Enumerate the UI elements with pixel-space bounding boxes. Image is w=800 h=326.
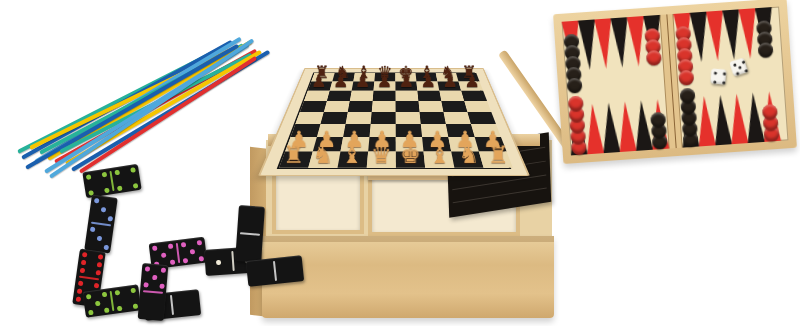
chess-square: ♟	[416, 81, 439, 90]
chess-square	[418, 101, 443, 112]
domino-pip	[168, 244, 174, 250]
chess-square	[396, 112, 421, 124]
domino-pip	[183, 258, 189, 264]
domino-half	[82, 168, 112, 198]
die-pip	[732, 63, 736, 67]
chess-square	[304, 91, 330, 101]
domino-pip	[145, 266, 150, 271]
domino-pip	[76, 296, 82, 302]
chess-square	[372, 101, 396, 112]
chess-square	[464, 101, 491, 112]
domino-half	[204, 248, 232, 276]
chess-piece: ♜	[484, 143, 513, 167]
chess-square	[327, 91, 352, 101]
chess-square	[321, 112, 348, 124]
chess-piece: ♜	[279, 143, 308, 167]
die	[710, 68, 726, 84]
die	[729, 58, 748, 77]
backgammon-field	[562, 7, 789, 156]
domino-pip	[107, 216, 113, 222]
die-pip	[713, 80, 716, 83]
chess-square	[324, 101, 350, 112]
domino-half	[111, 284, 140, 313]
chess-square	[420, 112, 446, 124]
chess-grid: ♜♞♝♛♚♝♞♜♟♟♟♟♟♟♟♟♟♟♟♟♟♟♟♟♜♞♝♛♚♝♞♜	[277, 72, 512, 169]
chess-square	[300, 101, 327, 112]
domino-pip	[102, 292, 108, 298]
backgammon-point	[627, 16, 647, 67]
chess-piece: ♟	[395, 72, 417, 90]
domino-pip	[95, 270, 101, 276]
backgammon-point	[633, 100, 653, 151]
domino-pip	[88, 310, 94, 316]
domino-pip	[199, 256, 205, 262]
backgammon-point	[722, 9, 742, 60]
domino-pip	[102, 172, 108, 178]
domino-pip	[130, 288, 136, 294]
domino-pip	[81, 260, 87, 266]
domino-pip	[97, 236, 103, 242]
domino-pip	[190, 249, 196, 255]
domino-pip	[97, 262, 103, 268]
domino-half	[88, 194, 117, 223]
chess-square	[395, 91, 418, 101]
chess-piece: ♟	[308, 72, 330, 90]
chess-piece: ♛	[367, 143, 396, 167]
backgammon-board	[553, 0, 797, 164]
game-box-front	[262, 236, 554, 318]
chess-piece: ♚	[396, 143, 425, 167]
chess-square	[350, 91, 374, 101]
domino-pip	[94, 198, 100, 204]
product-photo-scene: ♜♞♝♛♚♝♞♜♟♟♟♟♟♟♟♟♟♟♟♟♟♟♟♟♜♞♝♛♚♝♞♜	[0, 0, 800, 326]
domino-tile	[84, 194, 118, 253]
die-pip	[722, 72, 725, 75]
chess-square	[396, 101, 420, 112]
chess-square	[417, 91, 441, 101]
chess-piece: ♝	[338, 143, 367, 167]
backgammon-checker	[758, 42, 774, 58]
domino-pip	[181, 242, 187, 248]
chess-piece: ♟	[352, 72, 374, 90]
domino-half	[246, 258, 275, 287]
domino-tile	[82, 164, 141, 198]
backgammon-point	[610, 17, 630, 68]
domino-pip	[98, 254, 104, 260]
die-pip	[738, 66, 742, 70]
die-pip	[741, 60, 745, 64]
domino-pip	[80, 268, 86, 274]
domino-pip	[133, 183, 139, 189]
backgammon-checker	[567, 95, 583, 111]
domino-pip	[159, 284, 164, 289]
chess-square: ♟	[437, 81, 461, 90]
domino-pip	[82, 252, 88, 258]
chess-square	[439, 91, 464, 101]
backgammon-point	[728, 93, 748, 144]
chess-square: ♞	[308, 152, 340, 168]
domino-tile	[138, 263, 169, 321]
domino-half	[138, 292, 166, 320]
chess-square: ♝	[424, 152, 455, 168]
domino-half	[111, 164, 141, 194]
domino-half	[235, 234, 263, 262]
backgammon-point	[594, 18, 614, 69]
chess-piece: ♞	[454, 143, 483, 167]
domino-pip	[130, 167, 136, 173]
backgammon-point	[695, 95, 715, 146]
domino-half	[177, 237, 206, 266]
domino-pip	[86, 294, 92, 300]
backgammon-point	[744, 92, 764, 143]
domino-half	[82, 288, 111, 317]
domino-pip	[152, 246, 158, 252]
chess-square	[348, 101, 373, 112]
chess-square: ♟	[459, 81, 484, 90]
domino-pip	[133, 303, 139, 309]
backgammon-point	[690, 12, 710, 63]
die-pip	[722, 81, 725, 84]
domino-half	[140, 263, 168, 291]
chess-square	[461, 91, 487, 101]
chess-square: ♛	[367, 152, 396, 168]
chess-piece: ♞	[308, 143, 337, 167]
chess-board-wrap: ♜♞♝♛♚♝♞♜♟♟♟♟♟♟♟♟♟♟♟♟♟♟♟♟♜♞♝♛♚♝♞♜	[258, 0, 530, 176]
backgammon-checker	[678, 69, 694, 85]
backgammon-point	[600, 102, 620, 153]
domino-pip	[78, 281, 84, 287]
chess-square	[371, 112, 396, 124]
domino-pip	[115, 290, 121, 296]
chess-piece: ♟	[374, 72, 396, 90]
domino-pip	[90, 227, 96, 233]
domino-pip	[95, 301, 101, 307]
chess-square	[467, 112, 496, 124]
chess-square	[373, 91, 396, 101]
chess-square: ♟	[308, 81, 332, 90]
backgammon-point	[738, 8, 758, 59]
mikado-stick	[25, 44, 239, 170]
domino-pip	[170, 259, 176, 265]
domino-pip	[117, 186, 123, 192]
die-pip	[735, 71, 739, 75]
backgammon-point	[584, 103, 604, 154]
chess-piece: ♟	[461, 72, 483, 90]
domino-pip	[197, 240, 203, 246]
domino-pip	[103, 245, 109, 251]
domino-half	[237, 205, 265, 233]
domino-pip	[104, 307, 110, 313]
domino-pip	[86, 174, 92, 180]
domino-pip	[152, 275, 157, 280]
domino-tile	[235, 205, 265, 263]
backgammon-checker	[566, 77, 582, 93]
mikado-stick	[49, 38, 254, 178]
domino-half	[76, 248, 105, 277]
domino-pip	[161, 268, 166, 273]
backgammon-point	[578, 19, 598, 70]
chess-square: ♝	[338, 152, 369, 168]
domino-pip	[114, 170, 120, 176]
domino-half	[275, 255, 304, 284]
chess-piece: ♟	[439, 72, 461, 90]
chess-square: ♟	[395, 81, 417, 90]
domino-pip	[216, 260, 221, 265]
chess-piece: ♟	[417, 72, 439, 90]
backgammon-point	[706, 10, 726, 61]
chess-square	[441, 101, 467, 112]
chess-piece: ♟	[330, 72, 352, 90]
domino-half	[172, 289, 201, 318]
chess-piece: ♝	[425, 143, 454, 167]
chess-square	[295, 112, 323, 124]
chess-square: ♟	[374, 81, 396, 90]
backgammon-point	[616, 101, 636, 152]
chess-square: ♟	[330, 81, 354, 90]
chess-square: ♞	[451, 152, 483, 168]
die-pip	[713, 71, 716, 74]
chess-board: ♜♞♝♛♚♝♞♜♟♟♟♟♟♟♟♟♟♟♟♟♟♟♟♟♜♞♝♛♚♝♞♜	[258, 68, 530, 176]
chess-square	[346, 112, 372, 124]
domino-pip	[101, 207, 107, 213]
domino-pip	[117, 306, 123, 312]
domino-half	[84, 223, 113, 252]
chess-square	[443, 112, 470, 124]
backgammon-point	[712, 94, 732, 145]
domino-pip	[161, 252, 167, 258]
backgammon-checker	[679, 87, 695, 103]
chess-square: ♟	[352, 81, 375, 90]
chess-square: ♜	[479, 152, 513, 168]
domino-pip	[104, 188, 110, 194]
domino-pip	[94, 283, 100, 289]
chess-square: ♚	[396, 152, 425, 168]
domino-pip	[143, 282, 148, 287]
die-pip	[744, 69, 748, 73]
backgammon-checker	[646, 49, 662, 65]
